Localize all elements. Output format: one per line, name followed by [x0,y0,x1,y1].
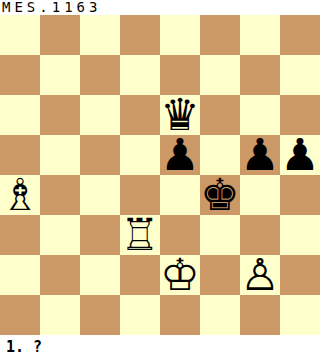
square-d3[interactable]: ♖ [120,215,160,255]
square-c4[interactable] [80,175,120,215]
square-c3[interactable] [80,215,120,255]
square-c7[interactable] [80,55,120,95]
square-h8[interactable] [280,15,320,55]
square-f8[interactable] [200,15,240,55]
square-e1[interactable] [160,295,200,335]
chess-board: ♛♟♟♟♗♚♖♔♙ [0,15,320,335]
square-b1[interactable] [40,295,80,335]
square-d5[interactable] [120,135,160,175]
white-king-piece: ♔ [160,255,199,295]
black-king-piece: ♚ [200,175,239,215]
square-b7[interactable] [40,55,80,95]
square-a7[interactable] [0,55,40,95]
square-c6[interactable] [80,95,120,135]
square-g2[interactable]: ♙ [240,255,280,295]
square-b2[interactable] [40,255,80,295]
square-b6[interactable] [40,95,80,135]
square-g5[interactable]: ♟ [240,135,280,175]
square-d7[interactable] [120,55,160,95]
chess-diagram-page: MES.1163 ♛♟♟♟♗♚♖♔♙ 1. ? [0,0,320,360]
white-pawn-piece: ♙ [240,255,279,295]
square-c8[interactable] [80,15,120,55]
square-h4[interactable] [280,175,320,215]
square-a1[interactable] [0,295,40,335]
square-c1[interactable] [80,295,120,335]
square-e5[interactable]: ♟ [160,135,200,175]
square-f4[interactable]: ♚ [200,175,240,215]
square-a4[interactable]: ♗ [0,175,40,215]
square-a8[interactable] [0,15,40,55]
square-c2[interactable] [80,255,120,295]
square-f7[interactable] [200,55,240,95]
square-f2[interactable] [200,255,240,295]
square-b5[interactable] [40,135,80,175]
square-d2[interactable] [120,255,160,295]
square-g7[interactable] [240,55,280,95]
square-c5[interactable] [80,135,120,175]
square-a2[interactable] [0,255,40,295]
square-b8[interactable] [40,15,80,55]
square-h1[interactable] [280,295,320,335]
square-f1[interactable] [200,295,240,335]
square-d1[interactable] [120,295,160,335]
black-pawn-piece: ♟ [240,135,279,175]
square-d8[interactable] [120,15,160,55]
square-h2[interactable] [280,255,320,295]
square-e8[interactable] [160,15,200,55]
square-a6[interactable] [0,95,40,135]
square-a3[interactable] [0,215,40,255]
square-h7[interactable] [280,55,320,95]
square-g4[interactable] [240,175,280,215]
black-pawn-piece: ♟ [160,135,199,175]
page-title: MES.1163 [0,0,320,15]
square-e4[interactable] [160,175,200,215]
white-bishop-piece: ♗ [0,175,39,215]
white-rook-piece: ♖ [120,215,159,255]
move-prompt: 1. ? [0,335,320,360]
square-e2[interactable]: ♔ [160,255,200,295]
square-h5[interactable]: ♟ [280,135,320,175]
square-d6[interactable] [120,95,160,135]
square-f6[interactable] [200,95,240,135]
square-g8[interactable] [240,15,280,55]
square-b4[interactable] [40,175,80,215]
square-f3[interactable] [200,215,240,255]
square-h3[interactable] [280,215,320,255]
square-b3[interactable] [40,215,80,255]
black-pawn-piece: ♟ [280,135,319,175]
square-g1[interactable] [240,295,280,335]
